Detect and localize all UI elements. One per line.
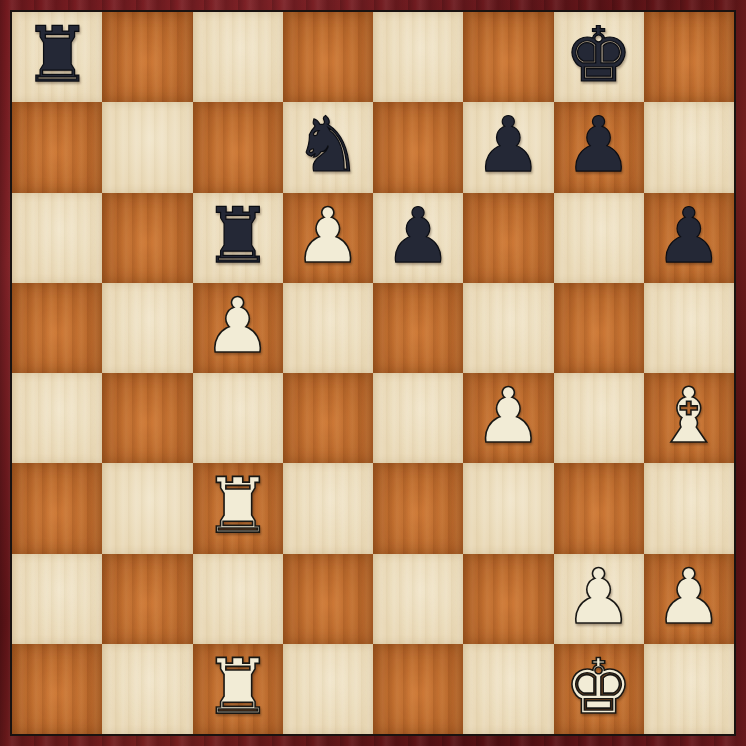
square-c6[interactable]: ♜ [193, 193, 283, 283]
square-f5[interactable] [463, 283, 553, 373]
chess-board: ♜♚♞♟♟♜♟♟♟♟♟♝♜♟♟♜♚ [12, 12, 734, 734]
square-b4[interactable] [102, 373, 192, 463]
square-b8[interactable] [102, 12, 192, 102]
square-c3[interactable]: ♜ [193, 463, 283, 553]
square-c7[interactable] [193, 102, 283, 192]
square-g2[interactable]: ♟ [554, 554, 644, 644]
square-a2[interactable] [12, 554, 102, 644]
square-f7[interactable]: ♟ [463, 102, 553, 192]
square-b1[interactable] [102, 644, 192, 734]
square-e5[interactable] [373, 283, 463, 373]
square-a6[interactable] [12, 193, 102, 283]
square-e7[interactable] [373, 102, 463, 192]
square-c2[interactable] [193, 554, 283, 644]
square-d4[interactable] [283, 373, 373, 463]
square-e2[interactable] [373, 554, 463, 644]
black-rook[interactable]: ♜ [204, 198, 272, 274]
square-h4[interactable]: ♝ [644, 373, 734, 463]
square-b6[interactable] [102, 193, 192, 283]
square-d3[interactable] [283, 463, 373, 553]
square-f3[interactable] [463, 463, 553, 553]
square-a8[interactable]: ♜ [12, 12, 102, 102]
white-king[interactable]: ♚ [565, 649, 633, 725]
square-b5[interactable] [102, 283, 192, 373]
white-pawn[interactable]: ♟ [474, 378, 542, 454]
square-e4[interactable] [373, 373, 463, 463]
square-b2[interactable] [102, 554, 192, 644]
square-f6[interactable] [463, 193, 553, 283]
square-b7[interactable] [102, 102, 192, 192]
square-h1[interactable] [644, 644, 734, 734]
black-pawn[interactable]: ♟ [474, 107, 542, 183]
square-e8[interactable] [373, 12, 463, 102]
square-d1[interactable] [283, 644, 373, 734]
square-d5[interactable] [283, 283, 373, 373]
black-pawn[interactable]: ♟ [655, 198, 723, 274]
white-rook[interactable]: ♜ [204, 468, 272, 544]
white-bishop[interactable]: ♝ [655, 378, 723, 454]
square-a3[interactable] [12, 463, 102, 553]
square-a4[interactable] [12, 373, 102, 463]
chess-board-frame: ♜♚♞♟♟♜♟♟♟♟♟♝♜♟♟♜♚ [0, 0, 746, 746]
square-d7[interactable]: ♞ [283, 102, 373, 192]
square-h2[interactable]: ♟ [644, 554, 734, 644]
square-a7[interactable] [12, 102, 102, 192]
square-c8[interactable] [193, 12, 283, 102]
square-c1[interactable]: ♜ [193, 644, 283, 734]
white-pawn[interactable]: ♟ [565, 559, 633, 635]
square-g6[interactable] [554, 193, 644, 283]
black-rook[interactable]: ♜ [23, 17, 91, 93]
black-pawn[interactable]: ♟ [565, 107, 633, 183]
square-b3[interactable] [102, 463, 192, 553]
black-pawn[interactable]: ♟ [384, 198, 452, 274]
square-c5[interactable]: ♟ [193, 283, 283, 373]
square-g3[interactable] [554, 463, 644, 553]
square-g7[interactable]: ♟ [554, 102, 644, 192]
square-h8[interactable] [644, 12, 734, 102]
white-pawn[interactable]: ♟ [294, 198, 362, 274]
black-knight[interactable]: ♞ [294, 107, 362, 183]
square-h3[interactable] [644, 463, 734, 553]
square-d2[interactable] [283, 554, 373, 644]
square-d6[interactable]: ♟ [283, 193, 373, 283]
square-g5[interactable] [554, 283, 644, 373]
square-g8[interactable]: ♚ [554, 12, 644, 102]
square-f2[interactable] [463, 554, 553, 644]
board-inner-border: ♜♚♞♟♟♜♟♟♟♟♟♝♜♟♟♜♚ [10, 10, 736, 736]
square-h5[interactable] [644, 283, 734, 373]
square-h7[interactable] [644, 102, 734, 192]
black-king[interactable]: ♚ [565, 17, 633, 93]
square-g1[interactable]: ♚ [554, 644, 644, 734]
white-pawn[interactable]: ♟ [204, 288, 272, 364]
white-pawn[interactable]: ♟ [655, 559, 723, 635]
square-e6[interactable]: ♟ [373, 193, 463, 283]
square-f8[interactable] [463, 12, 553, 102]
square-e1[interactable] [373, 644, 463, 734]
square-c4[interactable] [193, 373, 283, 463]
square-h6[interactable]: ♟ [644, 193, 734, 283]
square-f1[interactable] [463, 644, 553, 734]
square-e3[interactable] [373, 463, 463, 553]
square-d8[interactable] [283, 12, 373, 102]
white-rook[interactable]: ♜ [204, 649, 272, 725]
square-a5[interactable] [12, 283, 102, 373]
square-f4[interactable]: ♟ [463, 373, 553, 463]
square-g4[interactable] [554, 373, 644, 463]
square-a1[interactable] [12, 644, 102, 734]
